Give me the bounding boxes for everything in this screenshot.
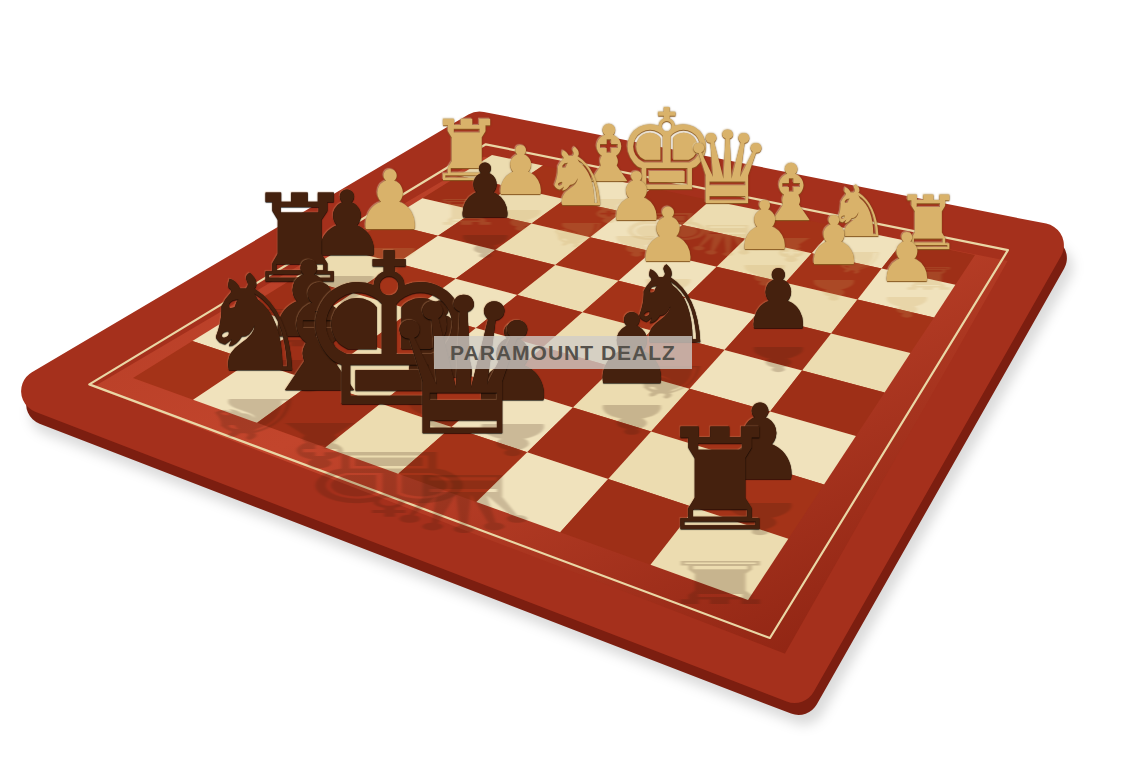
chess-board bbox=[0, 0, 1140, 760]
chess-set-product-photo: ♜♜♛♛♚♚♝♝♞♞♟♟♟♟♟♟♟♟♟♟♜♜♞♞♟♟♟♟♟♟♟♟♟♟♟♟♟♟♟♟… bbox=[0, 0, 1140, 760]
watermark-text: PARAMOUNT DEALZ bbox=[450, 341, 676, 365]
watermark: PARAMOUNT DEALZ bbox=[434, 336, 692, 369]
